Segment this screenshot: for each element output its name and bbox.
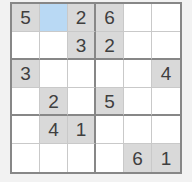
cell-r4c5[interactable] bbox=[124, 88, 152, 116]
cell-r4c3[interactable] bbox=[68, 88, 96, 116]
cell-r4c2[interactable]: 2 bbox=[40, 88, 68, 116]
cell-r2c4[interactable]: 2 bbox=[96, 32, 124, 60]
cell-r3c2[interactable] bbox=[40, 60, 68, 88]
cell-r2c5[interactable] bbox=[124, 32, 152, 60]
cell-r5c1[interactable] bbox=[12, 116, 40, 144]
sudoku-board: 5263234254161 bbox=[10, 2, 182, 174]
cell-r5c2[interactable]: 4 bbox=[40, 116, 68, 144]
cell-r1c4[interactable]: 6 bbox=[96, 4, 124, 32]
cell-r6c6[interactable]: 1 bbox=[152, 144, 180, 172]
cell-r6c3[interactable] bbox=[68, 144, 96, 172]
cell-r1c6[interactable] bbox=[152, 4, 180, 32]
cell-r3c4[interactable] bbox=[96, 60, 124, 88]
cell-r3c5[interactable] bbox=[124, 60, 152, 88]
cell-r1c2[interactable] bbox=[40, 4, 68, 32]
cell-r1c3[interactable]: 2 bbox=[68, 4, 96, 32]
cell-r3c6[interactable]: 4 bbox=[152, 60, 180, 88]
cell-r3c1[interactable]: 3 bbox=[12, 60, 40, 88]
cell-r3c3[interactable] bbox=[68, 60, 96, 88]
cell-r1c1[interactable]: 5 bbox=[12, 4, 40, 32]
cell-r2c1[interactable] bbox=[12, 32, 40, 60]
cell-r4c1[interactable] bbox=[12, 88, 40, 116]
cell-r5c4[interactable] bbox=[96, 116, 124, 144]
cell-r6c4[interactable] bbox=[96, 144, 124, 172]
cell-r2c3[interactable]: 3 bbox=[68, 32, 96, 60]
cell-r1c5[interactable] bbox=[124, 4, 152, 32]
cell-r2c6[interactable] bbox=[152, 32, 180, 60]
cell-r5c3[interactable]: 1 bbox=[68, 116, 96, 144]
cell-r6c5[interactable]: 6 bbox=[124, 144, 152, 172]
cell-r6c1[interactable] bbox=[12, 144, 40, 172]
cell-r4c6[interactable] bbox=[152, 88, 180, 116]
cell-r5c6[interactable] bbox=[152, 116, 180, 144]
cell-r2c2[interactable] bbox=[40, 32, 68, 60]
cell-r6c2[interactable] bbox=[40, 144, 68, 172]
page-background: 5263234254161 bbox=[0, 0, 192, 182]
cell-r5c5[interactable] bbox=[124, 116, 152, 144]
cell-r4c4[interactable]: 5 bbox=[96, 88, 124, 116]
